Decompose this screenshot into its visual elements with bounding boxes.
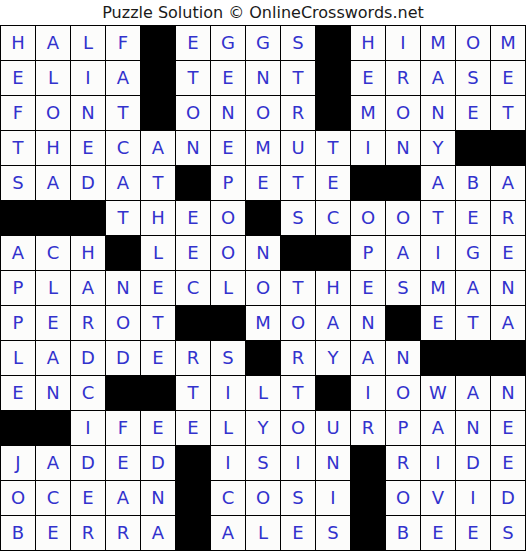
letter-cell: L <box>1 341 36 376</box>
black-cell <box>141 96 176 131</box>
letter-cell: O <box>211 201 246 236</box>
letter-cell: O <box>246 96 281 131</box>
letter-cell: A <box>71 271 106 306</box>
letter-cell: S <box>281 201 316 236</box>
letter-cell: N <box>316 446 351 481</box>
letter-cell: A <box>36 446 71 481</box>
letter-cell: E <box>421 306 456 341</box>
letter-cell: O <box>456 26 491 61</box>
letter-cell: T <box>421 201 456 236</box>
letter-cell: O <box>386 201 421 236</box>
letter-cell: V <box>421 481 456 516</box>
letter-cell: D <box>71 341 106 376</box>
letter-cell: F <box>106 26 141 61</box>
letter-cell: A <box>421 61 456 96</box>
letter-cell: I <box>211 446 246 481</box>
letter-cell: S <box>316 516 351 551</box>
letter-cell: T <box>141 166 176 201</box>
letter-cell: I <box>211 376 246 411</box>
letter-cell: O <box>246 481 281 516</box>
letter-cell: E <box>491 236 526 271</box>
letter-cell: R <box>106 516 141 551</box>
letter-cell: N <box>491 376 526 411</box>
letter-cell: E <box>351 271 386 306</box>
letter-cell: S <box>281 481 316 516</box>
letter-cell: O <box>281 306 316 341</box>
black-cell <box>36 201 71 236</box>
letter-cell: L <box>141 236 176 271</box>
letter-cell: E <box>106 446 141 481</box>
letter-cell: N <box>246 236 281 271</box>
letter-cell: A <box>1 236 36 271</box>
letter-cell: R <box>386 446 421 481</box>
black-cell <box>176 166 211 201</box>
letter-cell: E <box>176 236 211 271</box>
letter-cell: H <box>1 26 36 61</box>
letter-cell: E <box>36 306 71 341</box>
letter-cell: T <box>281 376 316 411</box>
black-cell <box>316 96 351 131</box>
letter-cell: B <box>456 166 491 201</box>
black-cell <box>211 306 246 341</box>
letter-cell: D <box>71 446 106 481</box>
letter-cell: U <box>316 411 351 446</box>
letter-cell: E <box>71 131 106 166</box>
letter-cell: A <box>456 376 491 411</box>
letter-cell: M <box>421 271 456 306</box>
letter-cell: E <box>176 411 211 446</box>
black-cell <box>176 306 211 341</box>
letter-cell: G <box>211 26 246 61</box>
letter-cell: H <box>316 271 351 306</box>
letter-cell: H <box>71 236 106 271</box>
letter-cell: L <box>36 271 71 306</box>
letter-cell: B <box>386 516 421 551</box>
letter-cell: I <box>71 411 106 446</box>
letter-cell: C <box>211 481 246 516</box>
letter-cell: A <box>106 166 141 201</box>
letter-cell: T <box>106 201 141 236</box>
letter-cell: C <box>36 236 71 271</box>
letter-cell: F <box>1 96 36 131</box>
letter-cell: L <box>211 411 246 446</box>
letter-cell: A <box>351 341 386 376</box>
letter-cell: T <box>456 306 491 341</box>
letter-cell: T <box>491 96 526 131</box>
letter-cell: M <box>246 131 281 166</box>
letter-cell: D <box>106 341 141 376</box>
letter-cell: M <box>491 26 526 61</box>
letter-cell: S <box>211 341 246 376</box>
letter-cell: A <box>316 306 351 341</box>
black-cell <box>1 201 36 236</box>
letter-cell: R <box>386 61 421 96</box>
black-cell <box>106 236 141 271</box>
letter-cell: N <box>36 376 71 411</box>
black-cell <box>141 61 176 96</box>
black-cell <box>281 236 316 271</box>
letter-cell: O <box>106 306 141 341</box>
letter-cell: A <box>386 236 421 271</box>
letter-cell: D <box>491 481 526 516</box>
letter-cell: N <box>386 131 421 166</box>
black-cell <box>456 131 491 166</box>
letter-cell: Y <box>316 341 351 376</box>
letter-cell: S <box>281 26 316 61</box>
letter-cell: D <box>141 446 176 481</box>
letter-cell: I <box>351 376 386 411</box>
letter-cell: S <box>491 516 526 551</box>
black-cell <box>491 131 526 166</box>
black-cell <box>386 306 421 341</box>
letter-cell: E <box>176 201 211 236</box>
black-cell <box>316 26 351 61</box>
letter-cell: Y <box>246 411 281 446</box>
letter-cell: E <box>176 26 211 61</box>
letter-cell: E <box>36 516 71 551</box>
letter-cell: A <box>141 131 176 166</box>
letter-cell: O <box>386 96 421 131</box>
letter-cell: M <box>421 26 456 61</box>
letter-cell: D <box>71 166 106 201</box>
letter-cell: N <box>421 96 456 131</box>
letter-cell: T <box>141 306 176 341</box>
letter-cell: R <box>281 96 316 131</box>
letter-cell: E <box>211 131 246 166</box>
black-cell <box>456 341 491 376</box>
letter-cell: O <box>211 236 246 271</box>
black-cell <box>176 446 211 481</box>
letter-cell: R <box>176 341 211 376</box>
letter-cell: R <box>491 201 526 236</box>
letter-cell: A <box>106 481 141 516</box>
letter-cell: E <box>456 516 491 551</box>
letter-cell: O <box>281 411 316 446</box>
letter-cell: N <box>351 306 386 341</box>
letter-cell: P <box>1 271 36 306</box>
black-cell <box>141 26 176 61</box>
letter-cell: O <box>176 96 211 131</box>
letter-cell: T <box>176 61 211 96</box>
letter-cell: W <box>421 376 456 411</box>
letter-cell: A <box>491 166 526 201</box>
letter-cell: T <box>281 61 316 96</box>
letter-cell: L <box>246 376 281 411</box>
black-cell <box>106 376 141 411</box>
letter-cell: P <box>351 236 386 271</box>
letter-cell: G <box>246 26 281 61</box>
letter-cell: E <box>421 516 456 551</box>
letter-cell: L <box>211 271 246 306</box>
letter-cell: R <box>351 411 386 446</box>
black-cell <box>71 201 106 236</box>
letter-cell: E <box>1 376 36 411</box>
letter-cell: R <box>71 306 106 341</box>
letter-cell: O <box>246 271 281 306</box>
letter-cell: L <box>71 26 106 61</box>
letter-cell: G <box>456 236 491 271</box>
letter-cell: E <box>456 96 491 131</box>
letter-cell: E <box>141 271 176 306</box>
letter-cell: I <box>456 481 491 516</box>
letter-cell: M <box>246 306 281 341</box>
black-cell <box>316 376 351 411</box>
letter-cell: N <box>176 131 211 166</box>
letter-cell: P <box>211 166 246 201</box>
letter-cell: M <box>351 96 386 131</box>
letter-cell: C <box>36 481 71 516</box>
letter-cell: E <box>211 61 246 96</box>
letter-cell: R <box>71 516 106 551</box>
black-cell <box>421 341 456 376</box>
black-cell <box>351 446 386 481</box>
letter-cell: P <box>1 306 36 341</box>
letter-cell: A <box>106 61 141 96</box>
black-cell <box>386 166 421 201</box>
letter-cell: S <box>1 166 36 201</box>
letter-cell: T <box>106 96 141 131</box>
letter-cell: I <box>421 446 456 481</box>
letter-cell: A <box>456 271 491 306</box>
letter-cell: O <box>1 481 36 516</box>
letter-cell: O <box>386 376 421 411</box>
black-cell <box>246 201 281 236</box>
letter-cell: R <box>281 341 316 376</box>
letter-cell: A <box>36 341 71 376</box>
letter-cell: I <box>421 236 456 271</box>
black-cell <box>176 516 211 551</box>
letter-cell: U <box>281 131 316 166</box>
letter-cell: N <box>106 271 141 306</box>
letter-cell: A <box>491 306 526 341</box>
black-cell <box>351 166 386 201</box>
letter-cell: N <box>71 96 106 131</box>
letter-cell: C <box>71 376 106 411</box>
letter-cell: H <box>36 131 71 166</box>
letter-cell: D <box>456 446 491 481</box>
black-cell <box>1 411 36 446</box>
letter-cell: C <box>316 201 351 236</box>
letter-cell: N <box>491 271 526 306</box>
letter-cell: A <box>421 411 456 446</box>
letter-cell: N <box>456 411 491 446</box>
letter-cell: I <box>351 131 386 166</box>
letter-cell: A <box>36 166 71 201</box>
letter-cell: C <box>176 271 211 306</box>
letter-cell: J <box>1 446 36 481</box>
letter-cell: L <box>36 61 71 96</box>
letter-cell: E <box>246 166 281 201</box>
letter-cell: B <box>1 516 36 551</box>
letter-cell: Y <box>421 131 456 166</box>
letter-cell: T <box>1 131 36 166</box>
letter-cell: T <box>281 271 316 306</box>
black-cell <box>36 411 71 446</box>
black-cell <box>176 481 211 516</box>
black-cell <box>316 236 351 271</box>
puzzle-solution-page: Puzzle Solution © OnlineCrosswords.net H… <box>0 0 526 551</box>
black-cell <box>141 376 176 411</box>
letter-cell: P <box>386 411 421 446</box>
black-cell <box>351 516 386 551</box>
letter-cell: A <box>421 166 456 201</box>
letter-cell: H <box>351 26 386 61</box>
letter-cell: O <box>351 201 386 236</box>
letter-cell: F <box>106 411 141 446</box>
letter-cell: T <box>281 166 316 201</box>
page-title: Puzzle Solution © OnlineCrosswords.net <box>0 0 526 25</box>
letter-cell: C <box>106 131 141 166</box>
letter-cell: S <box>386 271 421 306</box>
letter-cell: T <box>176 376 211 411</box>
letter-cell: E <box>456 201 491 236</box>
letter-cell: T <box>316 131 351 166</box>
letter-cell: N <box>211 96 246 131</box>
letter-cell: E <box>141 411 176 446</box>
letter-cell: O <box>36 96 71 131</box>
letter-cell: E <box>141 341 176 376</box>
letter-cell: S <box>456 61 491 96</box>
letter-cell: E <box>491 446 526 481</box>
letter-cell: I <box>386 26 421 61</box>
letter-cell: I <box>281 446 316 481</box>
crossword-board: HALFEGGSHIMOMELIATENTERASEFONTONORMONETT… <box>0 25 526 551</box>
letter-cell: E <box>491 411 526 446</box>
letter-cell: N <box>246 61 281 96</box>
letter-cell: E <box>281 516 316 551</box>
letter-cell: A <box>36 26 71 61</box>
black-cell <box>316 61 351 96</box>
letter-cell: E <box>491 61 526 96</box>
letter-cell: I <box>316 481 351 516</box>
letter-cell: N <box>141 481 176 516</box>
letter-cell: A <box>141 516 176 551</box>
letter-cell: E <box>1 61 36 96</box>
letter-cell: N <box>386 341 421 376</box>
letter-cell: S <box>246 446 281 481</box>
letter-cell: E <box>351 61 386 96</box>
letter-cell: E <box>316 166 351 201</box>
black-cell <box>246 341 281 376</box>
letter-cell: A <box>211 516 246 551</box>
letter-cell: O <box>386 481 421 516</box>
black-cell <box>491 341 526 376</box>
black-cell <box>351 481 386 516</box>
letter-cell: L <box>246 516 281 551</box>
letter-cell: I <box>71 61 106 96</box>
letter-cell: H <box>141 201 176 236</box>
letter-cell: E <box>71 481 106 516</box>
